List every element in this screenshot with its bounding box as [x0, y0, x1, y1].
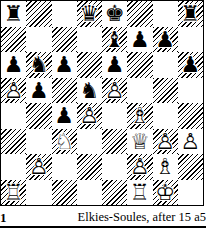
square-h7[interactable] [178, 27, 203, 53]
black-knight-b6: ♞ [26, 52, 51, 78]
square-b7[interactable] [26, 27, 51, 53]
square-g7[interactable]: ♟ [153, 27, 178, 53]
piece-glyph-outline: ♙ [77, 103, 102, 129]
square-d2[interactable] [77, 154, 102, 180]
white-rook-f1: ♜♖ [127, 180, 152, 206]
white-queen-f3: ♛♕ [127, 129, 152, 155]
piece-glyph-outline: ♖ [1, 180, 26, 206]
black-king-e8: ♚ [102, 1, 127, 27]
square-d8[interactable]: ♛ [77, 1, 102, 27]
square-e1[interactable] [102, 180, 127, 206]
square-d7[interactable] [77, 27, 102, 53]
white-pawn-e5: ♟♙ [102, 78, 127, 104]
square-a8[interactable]: ♜ [1, 1, 26, 27]
white-bishop-f4: ♝♗ [127, 103, 152, 129]
square-b4[interactable] [26, 103, 51, 129]
square-a3[interactable] [1, 129, 26, 155]
square-a6[interactable]: ♟ [1, 52, 26, 78]
square-c5[interactable] [52, 78, 77, 104]
piece-glyph-outline: ♙ [102, 78, 127, 104]
piece-glyph-outline: ♘ [52, 129, 77, 155]
black-rook-a8: ♜ [1, 1, 26, 27]
square-a4[interactable] [1, 103, 26, 129]
square-g5[interactable] [153, 78, 178, 104]
white-pawn-a5: ♟♙ [1, 78, 26, 104]
square-f7[interactable]: ♟ [127, 27, 152, 53]
game-caption: Elkies-Soules, after 15 a5 [78, 211, 206, 224]
square-e7[interactable]: ♝ [102, 27, 127, 53]
white-king-g1: ♚♔ [153, 180, 178, 206]
piece-glyph-outline: ♗ [153, 154, 178, 180]
square-a5[interactable]: ♟♙ [1, 78, 26, 104]
diagram-number: 1 [0, 211, 7, 224]
black-bishop-e7: ♝ [102, 27, 127, 53]
square-c3[interactable]: ♞♘ [52, 129, 77, 155]
square-b8[interactable] [26, 1, 51, 27]
square-e4[interactable] [102, 103, 127, 129]
square-g2[interactable]: ♝♗ [153, 154, 178, 180]
square-d4[interactable]: ♟♙ [77, 103, 102, 129]
black-pawn-f7: ♟ [127, 27, 152, 53]
square-c4[interactable]: ♟ [52, 103, 77, 129]
square-e6[interactable]: ♟ [102, 52, 127, 78]
square-g8[interactable] [153, 1, 178, 27]
white-pawn-d4: ♟♙ [77, 103, 102, 129]
square-b6[interactable]: ♞ [26, 52, 51, 78]
square-a1[interactable]: ♜♖ [1, 180, 26, 206]
square-g1[interactable]: ♚♔ [153, 180, 178, 206]
square-h8[interactable]: ♜ [178, 1, 203, 27]
square-e5[interactable]: ♟♙ [102, 78, 127, 104]
square-b1[interactable] [26, 180, 51, 206]
square-f4[interactable]: ♝♗ [127, 103, 152, 129]
black-pawn-b5: ♟ [26, 78, 51, 104]
white-knight-c3: ♞♘ [52, 129, 77, 155]
square-h2[interactable] [178, 154, 203, 180]
square-g3[interactable]: ♟♙ [153, 129, 178, 155]
piece-glyph-outline: ♙ [153, 129, 178, 155]
square-d6[interactable] [77, 52, 102, 78]
black-pawn-c4: ♟ [52, 103, 77, 129]
square-b3[interactable] [26, 129, 51, 155]
square-g6[interactable] [153, 52, 178, 78]
square-h3[interactable]: ♟♙ [178, 129, 203, 155]
square-f3[interactable]: ♛♕ [127, 129, 152, 155]
square-f2[interactable]: ♟♙ [127, 154, 152, 180]
square-h1[interactable] [178, 180, 203, 206]
square-h4[interactable] [178, 103, 203, 129]
square-f5[interactable] [127, 78, 152, 104]
black-queen-d8: ♛ [77, 1, 102, 27]
piece-glyph-outline: ♕ [127, 129, 152, 155]
chess-diagram-page: ♜♛♚♜♝♟♟♟♞♟♟♟♟♙♟♞♟♙♟♟♙♝♗♞♘♛♕♟♙♟♙♟♙♟♙♝♗♜♖♜… [0, 0, 206, 232]
square-f1[interactable]: ♜♖ [127, 180, 152, 206]
square-d1[interactable] [77, 180, 102, 206]
square-e2[interactable] [102, 154, 127, 180]
white-bishop-g2: ♝♗ [153, 154, 178, 180]
white-pawn-b2: ♟♙ [26, 154, 51, 180]
square-g4[interactable] [153, 103, 178, 129]
square-c8[interactable] [52, 1, 77, 27]
square-h5[interactable] [178, 78, 203, 104]
piece-glyph-outline: ♖ [127, 180, 152, 206]
square-d3[interactable] [77, 129, 102, 155]
black-pawn-a6: ♟ [1, 52, 26, 78]
black-knight-d5: ♞ [77, 78, 102, 104]
white-pawn-g3: ♟♙ [153, 129, 178, 155]
white-pawn-f2: ♟♙ [127, 154, 152, 180]
piece-glyph-outline: ♙ [178, 129, 203, 155]
white-rook-a1: ♜♖ [1, 180, 26, 206]
square-h6[interactable]: ♟ [178, 52, 203, 78]
black-pawn-e6: ♟ [102, 52, 127, 78]
square-c7[interactable] [52, 27, 77, 53]
square-f6[interactable] [127, 52, 152, 78]
bottom-rule [0, 226, 206, 228]
black-pawn-c6: ♟ [52, 52, 77, 78]
square-e3[interactable] [102, 129, 127, 155]
piece-glyph-outline: ♙ [127, 154, 152, 180]
square-a7[interactable] [1, 27, 26, 53]
piece-glyph-outline: ♙ [1, 78, 26, 104]
black-rook-h8: ♜ [178, 1, 203, 27]
black-pawn-g7: ♟ [153, 27, 178, 53]
piece-glyph-outline: ♙ [26, 154, 51, 180]
square-c2[interactable] [52, 154, 77, 180]
chess-board: ♜♛♚♜♝♟♟♟♞♟♟♟♟♙♟♞♟♙♟♟♙♝♗♞♘♛♕♟♙♟♙♟♙♟♙♝♗♜♖♜… [0, 0, 204, 206]
square-b2[interactable]: ♟♙ [26, 154, 51, 180]
caption-row: 1 Elkies-Soules, after 15 a5 [0, 206, 206, 225]
square-a2[interactable] [1, 154, 26, 180]
white-pawn-h3: ♟♙ [178, 129, 203, 155]
black-pawn-h6: ♟ [178, 52, 203, 78]
square-d5[interactable]: ♞ [77, 78, 102, 104]
piece-glyph-outline: ♔ [153, 180, 178, 206]
square-b5[interactable]: ♟ [26, 78, 51, 104]
square-e8[interactable]: ♚ [102, 1, 127, 27]
square-f8[interactable] [127, 1, 152, 27]
square-c6[interactable]: ♟ [52, 52, 77, 78]
piece-glyph-outline: ♗ [127, 103, 152, 129]
square-c1[interactable] [52, 180, 77, 206]
